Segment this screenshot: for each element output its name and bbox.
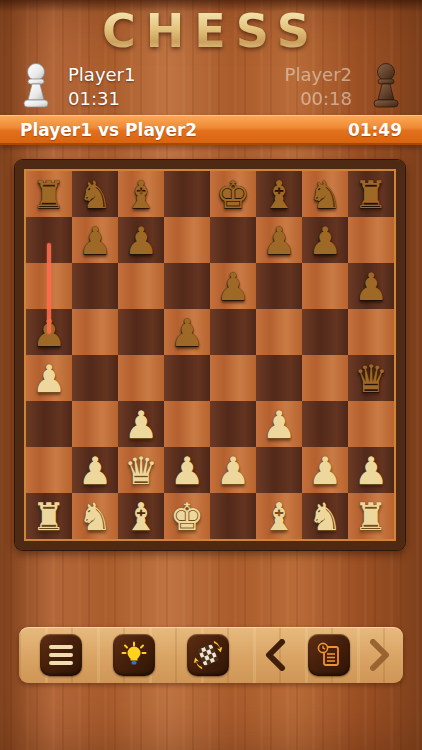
hamburger-icon bbox=[49, 645, 73, 665]
square-g1[interactable]: ♞ bbox=[302, 493, 348, 539]
back-button[interactable] bbox=[262, 638, 288, 672]
square-a2[interactable] bbox=[26, 447, 72, 493]
square-c2[interactable]: ♛ bbox=[118, 447, 164, 493]
piece-bB-f8[interactable]: ♝ bbox=[256, 171, 302, 217]
piece-wR-h1[interactable]: ♜ bbox=[348, 493, 394, 539]
square-f6[interactable] bbox=[256, 263, 302, 309]
square-e5[interactable] bbox=[210, 309, 256, 355]
square-f4[interactable] bbox=[256, 355, 302, 401]
square-h2[interactable]: ♟ bbox=[348, 447, 394, 493]
square-f1[interactable]: ♝ bbox=[256, 493, 302, 539]
piece-bP-d5[interactable]: ♟ bbox=[164, 309, 210, 355]
board-frame: ♜♞♝♚♝♞♜♟♟♟♟♟♟♟♟♟♛♟♟♟♛♟♟♟♟♜♞♝♚♝♞♜ bbox=[15, 160, 405, 550]
piece-bK-e8[interactable]: ♚ bbox=[210, 171, 256, 217]
square-c7[interactable]: ♟ bbox=[118, 217, 164, 263]
square-e8[interactable]: ♚ bbox=[210, 171, 256, 217]
piece-wK-d1[interactable]: ♚ bbox=[164, 493, 210, 539]
square-h7[interactable] bbox=[348, 217, 394, 263]
chevron-right-icon bbox=[369, 639, 391, 671]
piece-bP-g7[interactable]: ♟ bbox=[302, 217, 348, 263]
chevron-left-icon bbox=[264, 639, 286, 671]
last-move-indicator bbox=[47, 243, 51, 334]
piece-wB-c1[interactable]: ♝ bbox=[118, 493, 164, 539]
square-b7[interactable]: ♟ bbox=[72, 217, 118, 263]
square-g5[interactable] bbox=[302, 309, 348, 355]
app-title: CHESS bbox=[0, 4, 422, 58]
hint-button[interactable] bbox=[113, 634, 155, 676]
square-g6[interactable] bbox=[302, 263, 348, 309]
square-g8[interactable]: ♞ bbox=[302, 171, 348, 217]
square-b2[interactable]: ♟ bbox=[72, 447, 118, 493]
square-c1[interactable]: ♝ bbox=[118, 493, 164, 539]
piece-wN-b1[interactable]: ♞ bbox=[72, 493, 118, 539]
square-g3[interactable] bbox=[302, 401, 348, 447]
square-e7[interactable] bbox=[210, 217, 256, 263]
square-e2[interactable]: ♟ bbox=[210, 447, 256, 493]
square-b3[interactable] bbox=[72, 401, 118, 447]
piece-bN-b8[interactable]: ♞ bbox=[72, 171, 118, 217]
square-d7[interactable] bbox=[164, 217, 210, 263]
square-a3[interactable] bbox=[26, 401, 72, 447]
forward-button[interactable] bbox=[367, 638, 393, 672]
piece-bN-g8[interactable]: ♞ bbox=[302, 171, 348, 217]
square-b4[interactable] bbox=[72, 355, 118, 401]
square-b6[interactable] bbox=[72, 263, 118, 309]
flip-board-icon bbox=[193, 640, 223, 670]
square-h1[interactable]: ♜ bbox=[348, 493, 394, 539]
square-c8[interactable]: ♝ bbox=[118, 171, 164, 217]
square-d2[interactable]: ♟ bbox=[164, 447, 210, 493]
square-c6[interactable] bbox=[118, 263, 164, 309]
square-g4[interactable] bbox=[302, 355, 348, 401]
black-player-clock: 00:18 bbox=[300, 88, 352, 110]
square-c4[interactable] bbox=[118, 355, 164, 401]
flip-board-button[interactable] bbox=[187, 634, 229, 676]
square-f7[interactable]: ♟ bbox=[256, 217, 302, 263]
square-e4[interactable] bbox=[210, 355, 256, 401]
square-e3[interactable] bbox=[210, 401, 256, 447]
lightbulb-icon bbox=[120, 641, 148, 669]
square-h4[interactable]: ♛ bbox=[348, 355, 394, 401]
match-banner: Player1 vs Player2 01:49 bbox=[0, 115, 422, 145]
piece-bQ-h4[interactable]: ♛ bbox=[348, 355, 394, 401]
square-d8[interactable] bbox=[164, 171, 210, 217]
piece-wP-f3[interactable]: ♟ bbox=[256, 401, 302, 447]
piece-wP-h2[interactable]: ♟ bbox=[348, 447, 394, 493]
white-pawn-icon bbox=[18, 62, 54, 110]
square-f2[interactable] bbox=[256, 447, 302, 493]
black-pawn-icon bbox=[368, 62, 404, 110]
piece-wP-e2[interactable]: ♟ bbox=[210, 447, 256, 493]
square-h6[interactable]: ♟ bbox=[348, 263, 394, 309]
piece-bP-f7[interactable]: ♟ bbox=[256, 217, 302, 263]
square-g2[interactable]: ♟ bbox=[302, 447, 348, 493]
piece-wB-f1[interactable]: ♝ bbox=[256, 493, 302, 539]
piece-wP-c3[interactable]: ♟ bbox=[118, 401, 164, 447]
square-g7[interactable]: ♟ bbox=[302, 217, 348, 263]
piece-bP-c7[interactable]: ♟ bbox=[118, 217, 164, 263]
piece-bB-c8[interactable]: ♝ bbox=[118, 171, 164, 217]
piece-wP-g2[interactable]: ♟ bbox=[302, 447, 348, 493]
white-player-clock: 01:31 bbox=[68, 88, 120, 110]
square-d6[interactable] bbox=[164, 263, 210, 309]
square-b5[interactable] bbox=[72, 309, 118, 355]
piece-bP-e6[interactable]: ♟ bbox=[210, 263, 256, 309]
square-f5[interactable] bbox=[256, 309, 302, 355]
move-list-icon bbox=[315, 641, 343, 669]
square-d5[interactable]: ♟ bbox=[164, 309, 210, 355]
square-e1[interactable] bbox=[210, 493, 256, 539]
square-a8[interactable]: ♜ bbox=[26, 171, 72, 217]
square-d1[interactable]: ♚ bbox=[164, 493, 210, 539]
bottom-toolbar bbox=[19, 627, 403, 683]
square-f8[interactable]: ♝ bbox=[256, 171, 302, 217]
piece-bR-h8[interactable]: ♜ bbox=[348, 171, 394, 217]
chess-board[interactable]: ♜♞♝♚♝♞♜♟♟♟♟♟♟♟♟♟♛♟♟♟♛♟♟♟♟♜♞♝♚♝♞♜ bbox=[24, 169, 396, 541]
piece-bR-a8[interactable]: ♜ bbox=[26, 171, 72, 217]
piece-wP-a4[interactable]: ♟ bbox=[26, 355, 72, 401]
square-e6[interactable]: ♟ bbox=[210, 263, 256, 309]
piece-bP-h6[interactable]: ♟ bbox=[348, 263, 394, 309]
piece-wR-a1[interactable]: ♜ bbox=[26, 493, 72, 539]
chess-app-screen: CHESS Player1 01:31 Player2 00:18 bbox=[0, 0, 422, 750]
match-clock: 01:49 bbox=[348, 120, 402, 140]
black-player-name: Player2 bbox=[285, 64, 352, 86]
square-h5[interactable] bbox=[348, 309, 394, 355]
square-h3[interactable] bbox=[348, 401, 394, 447]
square-b1[interactable]: ♞ bbox=[72, 493, 118, 539]
square-c5[interactable] bbox=[118, 309, 164, 355]
square-d3[interactable] bbox=[164, 401, 210, 447]
piece-wN-g1[interactable]: ♞ bbox=[302, 493, 348, 539]
moves-list-button[interactable] bbox=[308, 634, 350, 676]
piece-wP-d2[interactable]: ♟ bbox=[164, 447, 210, 493]
menu-button[interactable] bbox=[40, 634, 82, 676]
square-b8[interactable]: ♞ bbox=[72, 171, 118, 217]
square-f3[interactable]: ♟ bbox=[256, 401, 302, 447]
piece-wP-b2[interactable]: ♟ bbox=[72, 447, 118, 493]
square-a4[interactable]: ♟ bbox=[26, 355, 72, 401]
square-h8[interactable]: ♜ bbox=[348, 171, 394, 217]
piece-wQ-c2[interactable]: ♛ bbox=[118, 447, 164, 493]
white-player-name: Player1 bbox=[68, 64, 135, 86]
square-d4[interactable] bbox=[164, 355, 210, 401]
square-c3[interactable]: ♟ bbox=[118, 401, 164, 447]
match-title: Player1 vs Player2 bbox=[20, 120, 197, 140]
square-a1[interactable]: ♜ bbox=[26, 493, 72, 539]
piece-bP-b7[interactable]: ♟ bbox=[72, 217, 118, 263]
